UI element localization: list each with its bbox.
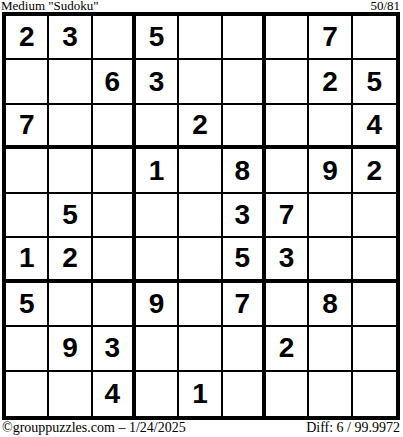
cell-r4c3[interactable] — [93, 149, 136, 193]
cell-r7c5[interactable] — [179, 283, 222, 327]
cell-r8c3[interactable]: 3 — [93, 327, 136, 371]
cell-r4c2[interactable] — [49, 149, 92, 193]
cell-r7c3[interactable] — [93, 283, 136, 327]
cell-r3c7[interactable] — [266, 105, 309, 149]
cell-r3c8[interactable] — [309, 105, 352, 149]
cell-r6c4[interactable] — [136, 238, 179, 282]
cell-r2c9[interactable]: 5 — [353, 60, 396, 104]
cell-r3c5[interactable]: 2 — [179, 105, 222, 149]
cell-r9c7[interactable] — [266, 372, 309, 416]
cell-r3c2[interactable] — [49, 105, 92, 149]
cell-r6c5[interactable] — [179, 238, 222, 282]
cell-r1c6[interactable] — [223, 16, 266, 60]
cell-r9c2[interactable] — [49, 372, 92, 416]
cell-r4c8[interactable]: 9 — [309, 149, 352, 193]
cell-r3c1[interactable]: 7 — [6, 105, 49, 149]
cell-r6c8[interactable] — [309, 238, 352, 282]
cell-r7c6[interactable]: 7 — [223, 283, 266, 327]
cell-r2c1[interactable] — [6, 60, 49, 104]
cell-r2c5[interactable] — [179, 60, 222, 104]
cell-r5c4[interactable] — [136, 194, 179, 238]
cell-r1c5[interactable] — [179, 16, 222, 60]
cell-r8c9[interactable] — [353, 327, 396, 371]
cell-r1c9[interactable] — [353, 16, 396, 60]
cell-r5c1[interactable] — [6, 194, 49, 238]
sudoku-board: 2357632572418925371253597893241 — [2, 12, 400, 420]
cell-r7c4[interactable]: 9 — [136, 283, 179, 327]
cell-r8c1[interactable] — [6, 327, 49, 371]
cell-r8c5[interactable] — [179, 327, 222, 371]
cell-r3c3[interactable] — [93, 105, 136, 149]
cell-r5c6[interactable]: 3 — [223, 194, 266, 238]
cell-r5c3[interactable] — [93, 194, 136, 238]
cell-r4c6[interactable]: 8 — [223, 149, 266, 193]
cell-r5c2[interactable]: 5 — [49, 194, 92, 238]
cell-r7c8[interactable]: 8 — [309, 283, 352, 327]
cell-r1c1[interactable]: 2 — [6, 16, 49, 60]
cell-r5c7[interactable]: 7 — [266, 194, 309, 238]
copyright-text: ©grouppuzzles.com – 1/24/2025 — [2, 420, 186, 436]
difficulty-text: Diff: 6 / 99.9972 — [306, 420, 400, 436]
cell-r1c4[interactable]: 5 — [136, 16, 179, 60]
cell-r6c7[interactable]: 3 — [266, 238, 309, 282]
cell-r1c8[interactable]: 7 — [309, 16, 352, 60]
cell-r1c2[interactable]: 3 — [49, 16, 92, 60]
cell-r8c8[interactable] — [309, 327, 352, 371]
cell-r5c9[interactable] — [353, 194, 396, 238]
cell-r9c9[interactable] — [353, 372, 396, 416]
cell-r9c3[interactable]: 4 — [93, 372, 136, 416]
cell-r4c7[interactable] — [266, 149, 309, 193]
cell-r8c2[interactable]: 9 — [49, 327, 92, 371]
cell-r3c4[interactable] — [136, 105, 179, 149]
cell-r3c6[interactable] — [223, 105, 266, 149]
cell-r9c4[interactable] — [136, 372, 179, 416]
cell-r8c6[interactable] — [223, 327, 266, 371]
cell-r4c1[interactable] — [6, 149, 49, 193]
cell-r1c7[interactable] — [266, 16, 309, 60]
cell-r6c6[interactable]: 5 — [223, 238, 266, 282]
cell-r3c9[interactable]: 4 — [353, 105, 396, 149]
cell-r5c8[interactable] — [309, 194, 352, 238]
cell-r7c9[interactable] — [353, 283, 396, 327]
puzzle-title: Medium "Sudoku" — [1, 0, 99, 12]
cell-r2c2[interactable] — [49, 60, 92, 104]
cell-r9c8[interactable] — [309, 372, 352, 416]
cells-remaining-counter: 50/81 — [370, 0, 400, 12]
cell-r2c3[interactable]: 6 — [93, 60, 136, 104]
cell-r9c6[interactable] — [223, 372, 266, 416]
cell-r2c6[interactable] — [223, 60, 266, 104]
cell-r4c4[interactable]: 1 — [136, 149, 179, 193]
cell-r8c4[interactable] — [136, 327, 179, 371]
cell-r6c3[interactable] — [93, 238, 136, 282]
cell-r4c9[interactable]: 2 — [353, 149, 396, 193]
cell-r1c3[interactable] — [93, 16, 136, 60]
cell-r7c1[interactable]: 5 — [6, 283, 49, 327]
cell-r7c2[interactable] — [49, 283, 92, 327]
cell-r5c5[interactable] — [179, 194, 222, 238]
cell-r6c1[interactable]: 1 — [6, 238, 49, 282]
cell-r4c5[interactable] — [179, 149, 222, 193]
cell-r6c9[interactable] — [353, 238, 396, 282]
cell-r9c1[interactable] — [6, 372, 49, 416]
cell-r6c2[interactable]: 2 — [49, 238, 92, 282]
cell-r2c8[interactable]: 2 — [309, 60, 352, 104]
cell-r7c7[interactable] — [266, 283, 309, 327]
puzzle-footer: ©grouppuzzles.com – 1/24/2025 Diff: 6 / … — [0, 421, 403, 437]
cell-r2c4[interactable]: 3 — [136, 60, 179, 104]
cell-r9c5[interactable]: 1 — [179, 372, 222, 416]
puzzle-header: Medium "Sudoku" 50/81 — [0, 0, 403, 12]
cell-r8c7[interactable]: 2 — [266, 327, 309, 371]
cell-r2c7[interactable] — [266, 60, 309, 104]
